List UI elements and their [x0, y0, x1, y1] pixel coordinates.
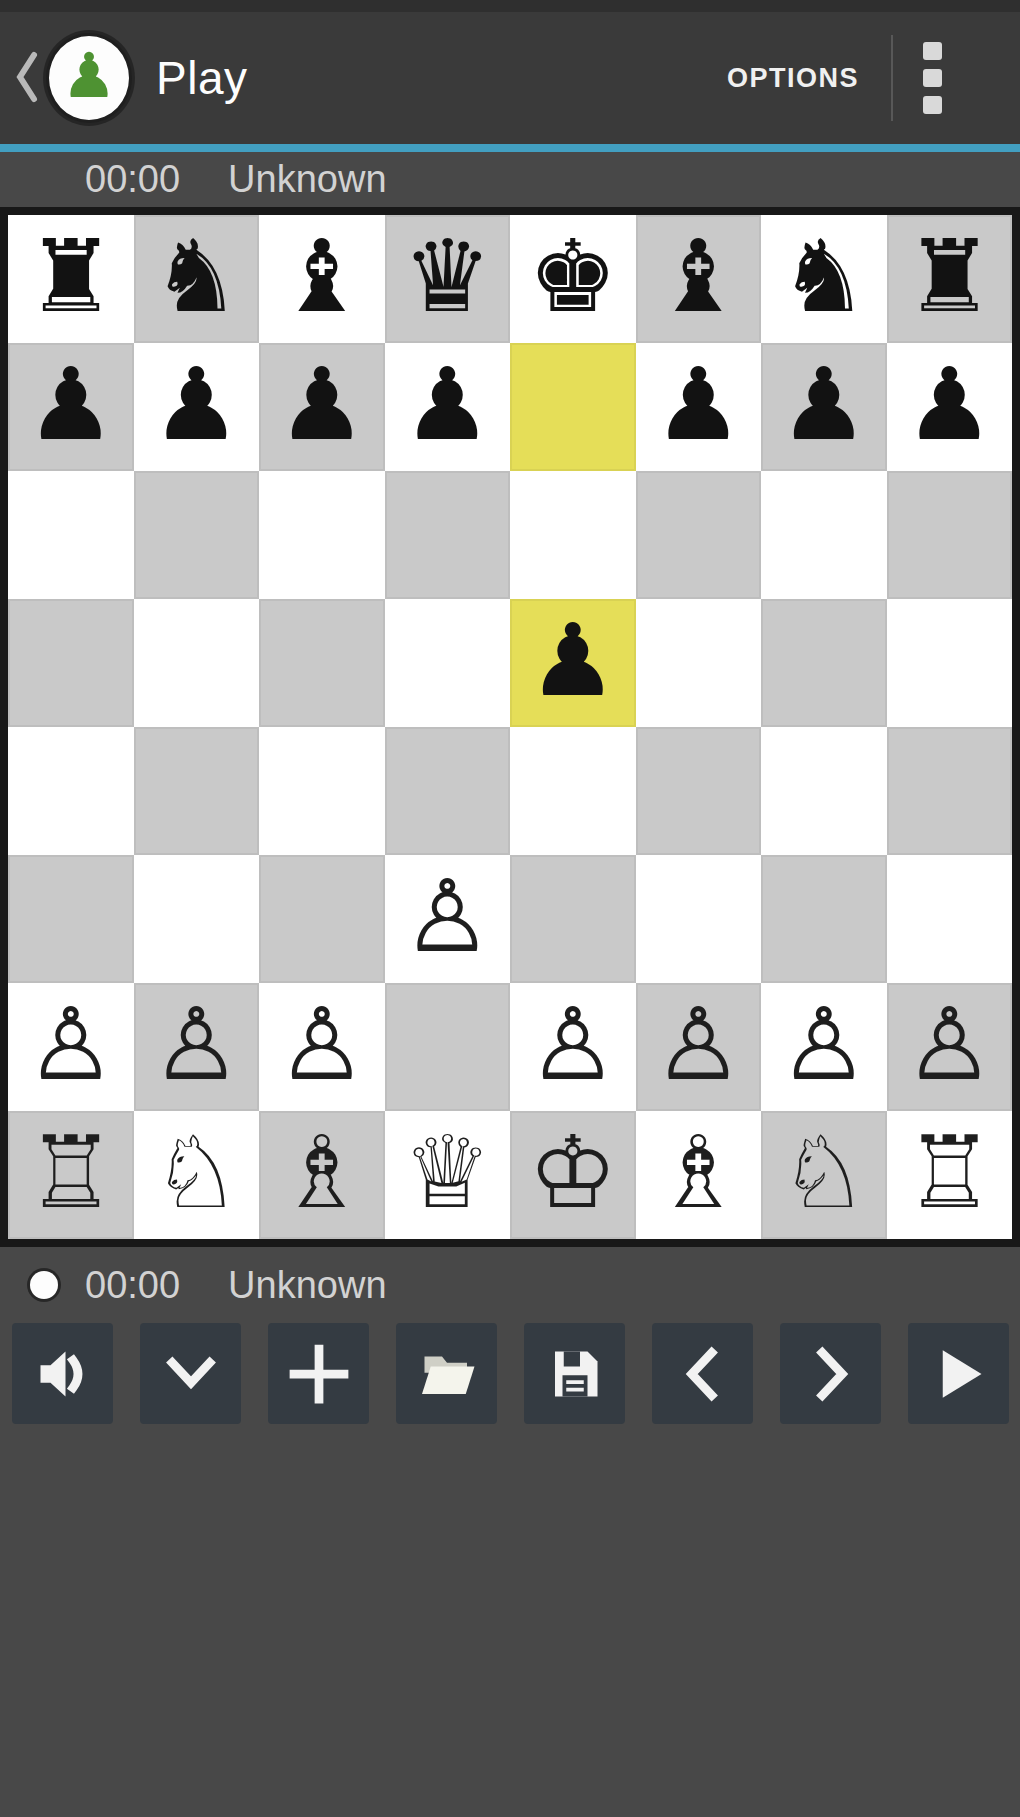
square-g7[interactable]: ♟	[761, 343, 887, 471]
piece-black-pawn: ♟	[151, 355, 241, 455]
accent-line	[0, 144, 1020, 152]
piece-black-pawn: ♟	[653, 355, 743, 455]
back-button[interactable]	[8, 12, 46, 144]
play-triangle-icon	[929, 1344, 989, 1404]
square-b4[interactable]	[134, 727, 260, 855]
square-a4[interactable]	[8, 727, 134, 855]
overflow-menu-button[interactable]	[923, 42, 942, 114]
player-bottom-row: 00:00 Unknown	[0, 1247, 1020, 1323]
square-h7[interactable]: ♟	[887, 343, 1013, 471]
square-c1[interactable]: ♗	[259, 1111, 385, 1239]
square-d3[interactable]: ♙	[385, 855, 511, 983]
board-grid: ♜♞♝♛♚♝♞♜♟♟♟♟♟♟♟♟♙♙♙♙♙♙♙♙♖♘♗♕♔♗♘♖	[8, 215, 1012, 1239]
square-a7[interactable]: ♟	[8, 343, 134, 471]
square-e6[interactable]	[510, 471, 636, 599]
previous-move-button[interactable]	[652, 1323, 753, 1424]
open-button[interactable]	[396, 1323, 497, 1424]
square-b3[interactable]	[134, 855, 260, 983]
square-a3[interactable]	[8, 855, 134, 983]
plus-icon	[289, 1344, 349, 1404]
square-h1[interactable]: ♖	[887, 1111, 1013, 1239]
square-d1[interactable]: ♕	[385, 1111, 511, 1239]
square-g6[interactable]	[761, 471, 887, 599]
piece-black-rook: ♜	[26, 227, 116, 327]
app-bar: ♟ Play OPTIONS	[0, 12, 1020, 144]
piece-white-bishop: ♗	[653, 1123, 743, 1223]
next-move-button[interactable]	[780, 1323, 881, 1424]
page-title: Play	[156, 51, 247, 105]
square-d5[interactable]	[385, 599, 511, 727]
square-h5[interactable]	[887, 599, 1013, 727]
square-h6[interactable]	[887, 471, 1013, 599]
player-top-row: 00:00 Unknown	[0, 152, 1020, 207]
overflow-dot-icon	[923, 42, 942, 60]
piece-white-pawn: ♙	[653, 995, 743, 1095]
square-g5[interactable]	[761, 599, 887, 727]
square-a5[interactable]	[8, 599, 134, 727]
save-floppy-icon	[545, 1344, 605, 1404]
square-d6[interactable]	[385, 471, 511, 599]
square-a1[interactable]: ♖	[8, 1111, 134, 1239]
green-pawn-icon: ♟	[61, 45, 117, 107]
piece-white-pawn: ♙	[528, 995, 618, 1095]
square-g3[interactable]	[761, 855, 887, 983]
player-bottom-clock: 00:00	[85, 1264, 180, 1307]
square-g8[interactable]: ♞	[761, 215, 887, 343]
square-b7[interactable]: ♟	[134, 343, 260, 471]
chevron-right-icon	[801, 1344, 861, 1404]
piece-white-knight: ♘	[151, 1123, 241, 1223]
appbar-divider	[891, 35, 893, 121]
app-bar-left: ♟ Play	[8, 12, 247, 144]
square-f5[interactable]	[636, 599, 762, 727]
player-bottom-name: Unknown	[228, 1264, 386, 1307]
piece-black-queen: ♛	[402, 227, 492, 327]
square-e1[interactable]: ♔	[510, 1111, 636, 1239]
piece-white-king: ♔	[528, 1123, 618, 1223]
square-e8[interactable]: ♚	[510, 215, 636, 343]
square-b6[interactable]	[134, 471, 260, 599]
square-b2[interactable]: ♙	[134, 983, 260, 1111]
piece-white-rook: ♖	[26, 1123, 116, 1223]
overflow-dot-icon	[923, 69, 942, 87]
square-b5[interactable]	[134, 599, 260, 727]
status-strip	[0, 0, 1020, 12]
square-b1[interactable]: ♘	[134, 1111, 260, 1239]
player-top-name: Unknown	[228, 158, 386, 201]
new-game-button[interactable]	[268, 1323, 369, 1424]
square-c5[interactable]	[259, 599, 385, 727]
chess-board: ♜♞♝♛♚♝♞♜♟♟♟♟♟♟♟♟♙♙♙♙♙♙♙♙♖♘♗♕♔♗♘♖	[0, 207, 1020, 1247]
piece-black-bishop: ♝	[277, 227, 367, 327]
square-f7[interactable]: ♟	[636, 343, 762, 471]
piece-black-pawn: ♟	[904, 355, 994, 455]
square-f1[interactable]: ♗	[636, 1111, 762, 1239]
piece-white-pawn: ♙	[26, 995, 116, 1095]
piece-white-pawn: ♙	[277, 995, 367, 1095]
square-c8[interactable]: ♝	[259, 215, 385, 343]
piece-black-pawn: ♟	[402, 355, 492, 455]
options-button[interactable]: OPTIONS	[727, 63, 859, 94]
square-d2[interactable]	[385, 983, 511, 1111]
app-bar-right: OPTIONS	[727, 12, 1020, 144]
square-g2[interactable]: ♙	[761, 983, 887, 1111]
square-c3[interactable]	[259, 855, 385, 983]
piece-white-knight: ♘	[779, 1123, 869, 1223]
square-f6[interactable]	[636, 471, 762, 599]
square-f8[interactable]: ♝	[636, 215, 762, 343]
back-chevron-icon	[14, 47, 40, 110]
volume-icon	[33, 1344, 93, 1404]
app-screen: ♟ Play OPTIONS 00:00 Unknown ♜♞♝♛♚♝♞♜♟♟♟…	[0, 0, 1020, 1817]
collapse-button[interactable]	[140, 1323, 241, 1424]
toolbar	[0, 1323, 1020, 1424]
piece-white-rook: ♖	[904, 1123, 994, 1223]
overflow-dot-icon	[923, 96, 942, 114]
square-e3[interactable]	[510, 855, 636, 983]
piece-white-pawn: ♙	[402, 867, 492, 967]
square-a2[interactable]: ♙	[8, 983, 134, 1111]
piece-black-pawn: ♟	[277, 355, 367, 455]
square-g4[interactable]	[761, 727, 887, 855]
piece-black-knight: ♞	[151, 227, 241, 327]
open-folder-icon	[417, 1344, 477, 1404]
piece-white-queen: ♕	[402, 1123, 492, 1223]
square-d8[interactable]: ♛	[385, 215, 511, 343]
square-a8[interactable]: ♜	[8, 215, 134, 343]
square-c4[interactable]	[259, 727, 385, 855]
chevron-down-icon	[161, 1344, 221, 1404]
square-f2[interactable]: ♙	[636, 983, 762, 1111]
app-logo: ♟	[46, 33, 132, 123]
square-h4[interactable]	[887, 727, 1013, 855]
piece-black-pawn: ♟	[528, 611, 618, 711]
square-e2[interactable]: ♙	[510, 983, 636, 1111]
square-f4[interactable]	[636, 727, 762, 855]
chevron-left-icon	[673, 1344, 733, 1404]
square-c6[interactable]	[259, 471, 385, 599]
square-e7[interactable]	[510, 343, 636, 471]
white-to-move-indicator	[30, 1271, 58, 1299]
square-g1[interactable]: ♘	[761, 1111, 887, 1239]
square-h2[interactable]: ♙	[887, 983, 1013, 1111]
piece-white-bishop: ♗	[277, 1123, 367, 1223]
square-a6[interactable]	[8, 471, 134, 599]
square-c2[interactable]: ♙	[259, 983, 385, 1111]
save-button[interactable]	[524, 1323, 625, 1424]
piece-black-pawn: ♟	[26, 355, 116, 455]
piece-black-rook: ♜	[904, 227, 994, 327]
square-f3[interactable]	[636, 855, 762, 983]
piece-black-king: ♚	[528, 227, 618, 327]
square-e4[interactable]	[510, 727, 636, 855]
square-d4[interactable]	[385, 727, 511, 855]
square-e5[interactable]: ♟	[510, 599, 636, 727]
piece-black-knight: ♞	[779, 227, 869, 327]
piece-white-pawn: ♙	[151, 995, 241, 1095]
piece-white-pawn: ♙	[779, 995, 869, 1095]
volume-button[interactable]	[12, 1323, 113, 1424]
square-d7[interactable]: ♟	[385, 343, 511, 471]
play-engine-button[interactable]	[908, 1323, 1009, 1424]
piece-black-bishop: ♝	[653, 227, 743, 327]
player-top-clock: 00:00	[85, 158, 180, 201]
piece-white-pawn: ♙	[904, 995, 994, 1095]
square-b8[interactable]: ♞	[134, 215, 260, 343]
piece-black-pawn: ♟	[779, 355, 869, 455]
square-h8[interactable]: ♜	[887, 215, 1013, 343]
square-h3[interactable]	[887, 855, 1013, 983]
square-c7[interactable]: ♟	[259, 343, 385, 471]
